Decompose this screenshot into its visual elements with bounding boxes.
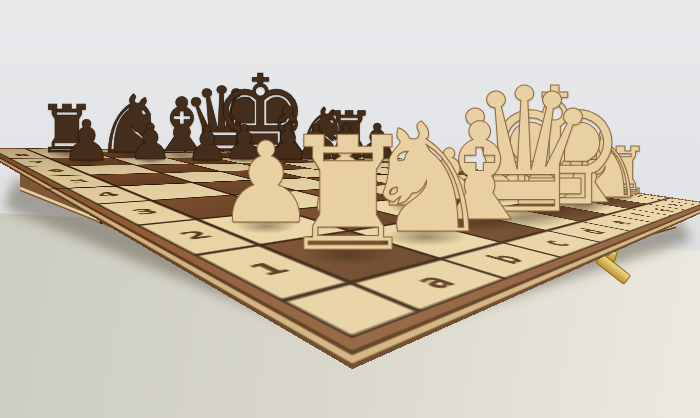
coord-label: 3 xyxy=(125,207,164,216)
coord-label: e xyxy=(233,151,249,153)
coord-label: d xyxy=(570,226,612,236)
coord-label: 4 xyxy=(91,191,124,198)
coord-label: a xyxy=(51,150,69,152)
coord-label: h xyxy=(322,151,336,152)
coord-label: f xyxy=(625,212,657,218)
coord-label: 1 xyxy=(239,259,299,280)
coord-label: 7 xyxy=(26,161,49,164)
coord-label: f xyxy=(267,151,280,152)
coord-label: b xyxy=(106,150,124,152)
coord-label: 2 xyxy=(172,229,219,242)
coord-file-a-far: a xyxy=(26,149,93,152)
coord-label: b xyxy=(477,251,532,267)
chess-photo-scene: aabbccddeeffgghh8877665544332211 ♜♞♝♛♚♝♞… xyxy=(0,0,700,418)
coord-corner-a8 xyxy=(0,149,34,152)
coord-label: e xyxy=(600,218,638,226)
coord-label: 5 xyxy=(64,179,93,184)
coord-label: c xyxy=(531,237,577,249)
coord-label: c xyxy=(155,150,171,152)
coord-label: 8 xyxy=(12,154,33,156)
coord-label: g xyxy=(296,151,311,152)
coord-label: 6 xyxy=(43,169,68,173)
coord-label: d xyxy=(196,151,213,153)
coord-label: a xyxy=(401,271,465,293)
